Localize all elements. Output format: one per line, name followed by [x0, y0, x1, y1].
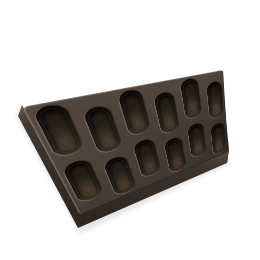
cavity-4: [153, 91, 179, 135]
cavity-8: [103, 155, 136, 197]
cavity-6: [206, 81, 223, 120]
cavity-12: [210, 122, 225, 156]
cavity-10: [163, 136, 186, 174]
product-photo-scene: [0, 0, 260, 260]
cavity-11: [187, 122, 206, 159]
cavity-9: [133, 138, 161, 179]
cavity-5: [180, 78, 202, 120]
cavity-3: [117, 88, 150, 136]
cavity-2: [82, 105, 122, 155]
